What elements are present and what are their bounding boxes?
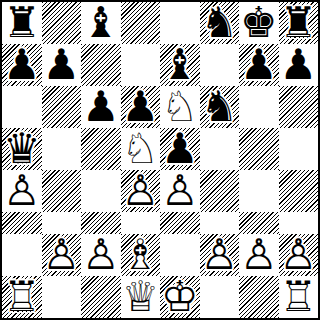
piece-white-pawn[interactable]: ♙: [200, 234, 238, 276]
square-a7[interactable]: ♟: [2, 44, 42, 86]
square-g8[interactable]: ♚: [239, 2, 279, 44]
square-g5[interactable]: [239, 128, 279, 170]
square-d2[interactable]: ♗: [121, 234, 161, 276]
piece-black-bishop[interactable]: ♝: [161, 44, 199, 86]
piece-white-pawn[interactable]: ♙: [161, 170, 199, 212]
piece-white-pawn[interactable]: ♙: [240, 234, 278, 276]
piece-black-rook[interactable]: ♜: [279, 2, 317, 44]
square-d4[interactable]: ♙: [121, 170, 161, 212]
square-c2[interactable]: ♙: [81, 234, 121, 276]
piece-black-pawn[interactable]: ♟: [82, 86, 120, 128]
piece-black-knight[interactable]: ♞: [200, 2, 238, 44]
square-g2[interactable]: ♙: [239, 234, 279, 276]
square-g4[interactable]: [239, 170, 279, 212]
chess-app: ♜♝♞♚♜♟♟♝♟♟♟♟♘♞♛♘♟♙♙♙♙♙♗♙♙♙♖♕♔♖: [0, 0, 320, 320]
square-b6[interactable]: [42, 86, 82, 128]
square-g7[interactable]: ♟: [239, 44, 279, 86]
square-f4[interactable]: [200, 170, 240, 212]
square-b5[interactable]: [42, 128, 82, 170]
square-d1[interactable]: ♕: [121, 276, 161, 318]
piece-white-bishop[interactable]: ♗: [121, 234, 159, 276]
piece-white-rook[interactable]: ♖: [279, 276, 317, 318]
piece-black-pawn[interactable]: ♟: [3, 44, 41, 86]
piece-white-knight[interactable]: ♘: [121, 128, 159, 170]
square-b1[interactable]: [42, 276, 82, 318]
square-h8[interactable]: ♜: [279, 2, 319, 44]
square-e6[interactable]: ♘: [160, 86, 200, 128]
piece-white-pawn[interactable]: ♙: [3, 170, 41, 212]
square-e8[interactable]: [160, 2, 200, 44]
square-c5[interactable]: [81, 128, 121, 170]
piece-white-king[interactable]: ♔: [161, 276, 199, 318]
square-d7[interactable]: [121, 44, 161, 86]
square-a3[interactable]: [2, 212, 42, 234]
piece-black-knight[interactable]: ♞: [200, 86, 238, 128]
square-f7[interactable]: [200, 44, 240, 86]
square-h1[interactable]: ♖: [279, 276, 319, 318]
square-e3[interactable]: [160, 212, 200, 234]
square-g1[interactable]: [239, 276, 279, 318]
piece-black-queen[interactable]: ♛: [3, 128, 41, 170]
square-c7[interactable]: [81, 44, 121, 86]
piece-white-pawn[interactable]: ♙: [279, 234, 317, 276]
square-e2[interactable]: [160, 234, 200, 276]
piece-black-pawn[interactable]: ♟: [279, 44, 317, 86]
square-h5[interactable]: [279, 128, 319, 170]
square-b7[interactable]: ♟: [42, 44, 82, 86]
piece-white-queen[interactable]: ♕: [121, 276, 159, 318]
square-d5[interactable]: ♘: [121, 128, 161, 170]
piece-white-pawn[interactable]: ♙: [121, 170, 159, 212]
square-h4[interactable]: [279, 170, 319, 212]
square-a6[interactable]: [2, 86, 42, 128]
piece-black-bishop[interactable]: ♝: [82, 2, 120, 44]
square-f1[interactable]: [200, 276, 240, 318]
piece-white-pawn[interactable]: ♙: [82, 234, 120, 276]
square-e5[interactable]: ♟: [160, 128, 200, 170]
square-a5[interactable]: ♛: [2, 128, 42, 170]
piece-black-rook[interactable]: ♜: [3, 2, 41, 44]
square-h2[interactable]: ♙: [279, 234, 319, 276]
square-e7[interactable]: ♝: [160, 44, 200, 86]
square-b8[interactable]: [42, 2, 82, 44]
square-c1[interactable]: [81, 276, 121, 318]
square-a1[interactable]: ♖: [2, 276, 42, 318]
square-f2[interactable]: ♙: [200, 234, 240, 276]
piece-white-pawn[interactable]: ♙: [42, 234, 80, 276]
square-h6[interactable]: [279, 86, 319, 128]
square-a8[interactable]: ♜: [2, 2, 42, 44]
square-b2[interactable]: ♙: [42, 234, 82, 276]
piece-black-pawn[interactable]: ♟: [161, 128, 199, 170]
square-f6[interactable]: ♞: [200, 86, 240, 128]
chess-board: ♜♝♞♚♜♟♟♝♟♟♟♟♘♞♛♘♟♙♙♙♙♙♗♙♙♙♖♕♔♖: [0, 0, 320, 320]
square-g6[interactable]: [239, 86, 279, 128]
square-d6[interactable]: ♟: [121, 86, 161, 128]
square-a2[interactable]: [2, 234, 42, 276]
square-h7[interactable]: ♟: [279, 44, 319, 86]
square-f8[interactable]: ♞: [200, 2, 240, 44]
square-c4[interactable]: [81, 170, 121, 212]
piece-black-pawn[interactable]: ♟: [42, 44, 80, 86]
piece-black-king[interactable]: ♚: [240, 2, 278, 44]
square-d8[interactable]: [121, 2, 161, 44]
piece-white-rook[interactable]: ♖: [3, 276, 41, 318]
square-a4[interactable]: ♙: [2, 170, 42, 212]
square-f5[interactable]: [200, 128, 240, 170]
square-c8[interactable]: ♝: [81, 2, 121, 44]
piece-black-pawn[interactable]: ♟: [121, 86, 159, 128]
piece-black-pawn[interactable]: ♟: [240, 44, 278, 86]
square-e1[interactable]: ♔: [160, 276, 200, 318]
square-b4[interactable]: [42, 170, 82, 212]
square-c6[interactable]: ♟: [81, 86, 121, 128]
piece-white-knight[interactable]: ♘: [161, 86, 199, 128]
square-e4[interactable]: ♙: [160, 170, 200, 212]
